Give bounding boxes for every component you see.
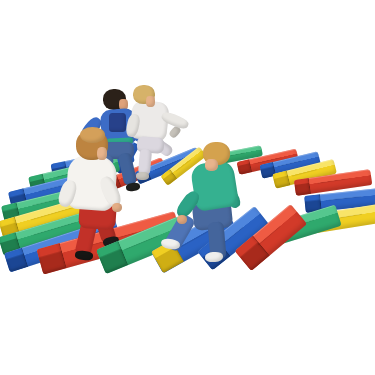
child-blonde-leggings-right-arm [160,110,190,131]
child-blonde-leggings-hips [137,136,165,153]
child-dark-hair-bib [109,113,126,132]
foam-beam-topright-green-seam [222,152,245,157]
foam-beam-botcenter-blue-seam [220,227,243,246]
foam-beam-topright-yellow-end-cap [272,170,290,188]
foam-beam-botleft-red-end-cap [37,243,67,275]
child-green-sweater-torso [190,159,240,212]
child-curly-red-pants-curls [80,127,105,143]
foam-beam-topright-blue-seam [278,161,302,168]
child-dark-hair-torso [100,108,138,146]
foam-beam-botleft-green-seam [125,235,158,249]
child-dark-hair-face [119,99,128,110]
foam-beam-topright-green-end-cap [205,154,218,167]
child-curly-red-pants-hand [112,203,122,212]
foam-beam-left-blue-3-end-cap [4,248,28,273]
child-blonde-leggings-face [146,96,155,107]
child-blonde-leggings-back-leg [147,134,175,158]
foam-beam-botright-red-seam [258,226,281,246]
child-dark-hair-right-arm [128,117,147,144]
child-dark-hair-left-arm [79,115,104,142]
foam-beam-right-red-seam [318,178,349,183]
foam-beam-right-blue-seam [329,196,362,200]
foam-beam-right-red-end-cap [294,178,312,196]
child-blonde-leggings-back-shoe [168,125,182,139]
foam-beam-topright-red-end-cap [237,159,252,175]
child-green-sweater-back-arm [218,181,243,211]
foam-beam-topright-yellow-seam [292,169,317,176]
child-blonde-leggings-torso [129,99,170,142]
child-dark-hair-hair [103,89,126,110]
child-green-sweater-front-arm [174,189,202,221]
child-blonde-leggings-hair [133,85,155,104]
product-photo-foam-balance-beams [0,0,375,375]
child-blonde-leggings-left-arm [125,113,142,138]
